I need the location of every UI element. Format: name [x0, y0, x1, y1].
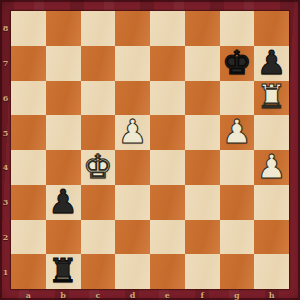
square-g3[interactable]: [220, 185, 255, 220]
square-a7[interactable]: [11, 46, 46, 81]
white-pawn-g5[interactable]: ♟: [222, 115, 252, 148]
file-label-b: b: [46, 289, 81, 300]
square-c7[interactable]: [81, 46, 116, 81]
square-f3[interactable]: [185, 185, 220, 220]
square-d7[interactable]: [115, 46, 150, 81]
square-a2[interactable]: [11, 220, 46, 255]
square-d1[interactable]: [115, 254, 150, 289]
square-h2[interactable]: [254, 220, 289, 255]
file-labels: abcdefgh: [11, 289, 289, 300]
rank-label-4: 4: [0, 150, 11, 185]
square-c1[interactable]: [81, 254, 116, 289]
square-g7[interactable]: ♚: [220, 46, 255, 81]
square-a6[interactable]: [11, 81, 46, 116]
square-h4[interactable]: ♟: [254, 150, 289, 185]
square-b2[interactable]: [46, 220, 81, 255]
white-pawn-h4[interactable]: ♟: [257, 150, 287, 183]
square-e7[interactable]: [150, 46, 185, 81]
square-e5[interactable]: [150, 115, 185, 150]
square-e2[interactable]: [150, 220, 185, 255]
square-f4[interactable]: [185, 150, 220, 185]
square-e1[interactable]: [150, 254, 185, 289]
file-label-f: f: [185, 289, 220, 300]
chess-app: 87654321 abcdefgh ♚♟♜♟♟♚♟♟♜: [0, 0, 300, 300]
rank-label-5: 5: [0, 115, 11, 150]
black-king-g7[interactable]: ♚: [222, 46, 252, 79]
square-d2[interactable]: [115, 220, 150, 255]
square-a1[interactable]: [11, 254, 46, 289]
square-b8[interactable]: [46, 11, 81, 46]
square-g2[interactable]: [220, 220, 255, 255]
square-c2[interactable]: [81, 220, 116, 255]
square-h8[interactable]: [254, 11, 289, 46]
square-b5[interactable]: [46, 115, 81, 150]
square-e4[interactable]: [150, 150, 185, 185]
square-a8[interactable]: [11, 11, 46, 46]
square-e6[interactable]: [150, 81, 185, 116]
square-e8[interactable]: [150, 11, 185, 46]
square-h3[interactable]: [254, 185, 289, 220]
rank-label-1: 1: [0, 254, 11, 289]
file-label-e: e: [150, 289, 185, 300]
file-label-g: g: [220, 289, 255, 300]
rank-label-2: 2: [0, 220, 11, 255]
square-d8[interactable]: [115, 11, 150, 46]
square-g5[interactable]: ♟: [220, 115, 255, 150]
square-h7[interactable]: ♟: [254, 46, 289, 81]
square-f5[interactable]: [185, 115, 220, 150]
chess-board: ♚♟♜♟♟♚♟♟♜: [11, 11, 289, 289]
file-label-h: h: [254, 289, 289, 300]
square-f2[interactable]: [185, 220, 220, 255]
square-d3[interactable]: [115, 185, 150, 220]
white-pawn-d5[interactable]: ♟: [118, 115, 148, 148]
white-king-c4[interactable]: ♚: [83, 150, 113, 183]
square-g6[interactable]: [220, 81, 255, 116]
square-f7[interactable]: [185, 46, 220, 81]
square-c6[interactable]: [81, 81, 116, 116]
rank-label-8: 8: [0, 11, 11, 46]
square-b6[interactable]: [46, 81, 81, 116]
square-d5[interactable]: ♟: [115, 115, 150, 150]
square-h5[interactable]: [254, 115, 289, 150]
square-f6[interactable]: [185, 81, 220, 116]
file-label-d: d: [115, 289, 150, 300]
square-c5[interactable]: [81, 115, 116, 150]
square-g4[interactable]: [220, 150, 255, 185]
square-a3[interactable]: [11, 185, 46, 220]
square-c4[interactable]: ♚: [81, 150, 116, 185]
rank-label-7: 7: [0, 46, 11, 81]
file-label-a: a: [11, 289, 46, 300]
black-pawn-h7[interactable]: ♟: [257, 46, 287, 79]
square-d6[interactable]: [115, 81, 150, 116]
file-label-c: c: [81, 289, 116, 300]
rank-label-6: 6: [0, 81, 11, 116]
square-g1[interactable]: [220, 254, 255, 289]
black-pawn-b3[interactable]: ♟: [48, 185, 78, 218]
black-rook-b1[interactable]: ♜: [48, 254, 78, 287]
white-rook-h6[interactable]: ♜: [257, 80, 287, 113]
square-b4[interactable]: [46, 150, 81, 185]
square-g8[interactable]: [220, 11, 255, 46]
square-c3[interactable]: [81, 185, 116, 220]
square-h6[interactable]: ♜: [254, 81, 289, 116]
square-c8[interactable]: [81, 11, 116, 46]
square-b1[interactable]: ♜: [46, 254, 81, 289]
square-d4[interactable]: [115, 150, 150, 185]
square-f1[interactable]: [185, 254, 220, 289]
square-a4[interactable]: [11, 150, 46, 185]
square-b7[interactable]: [46, 46, 81, 81]
square-f8[interactable]: [185, 11, 220, 46]
rank-label-3: 3: [0, 185, 11, 220]
square-e3[interactable]: [150, 185, 185, 220]
rank-labels: 87654321: [0, 11, 11, 289]
square-b3[interactable]: ♟: [46, 185, 81, 220]
square-a5[interactable]: [11, 115, 46, 150]
square-h1[interactable]: [254, 254, 289, 289]
